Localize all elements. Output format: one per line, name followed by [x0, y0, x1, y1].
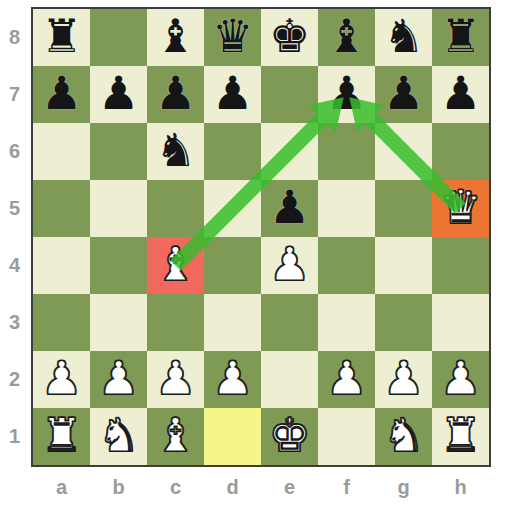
square-e6[interactable] — [261, 123, 318, 180]
square-f5[interactable] — [318, 180, 375, 237]
square-e4[interactable]: ♟ — [261, 237, 318, 294]
rank-label-5: 5 — [0, 180, 29, 237]
square-a7[interactable]: ♟ — [33, 66, 90, 123]
rank-label-4: 4 — [0, 237, 29, 294]
square-c1[interactable]: ♝ — [147, 408, 204, 465]
square-d1[interactable] — [204, 408, 261, 465]
piece-wN-b1: ♞ — [90, 408, 147, 465]
square-b2[interactable]: ♟ — [90, 351, 147, 408]
square-e8[interactable]: ♚ — [261, 9, 318, 66]
square-d2[interactable]: ♟ — [204, 351, 261, 408]
rank-label-8: 8 — [0, 9, 29, 66]
piece-bP-b7: ♟ — [90, 66, 147, 123]
square-c8[interactable]: ♝ — [147, 9, 204, 66]
square-b4[interactable] — [90, 237, 147, 294]
square-g1[interactable]: ♞ — [375, 408, 432, 465]
square-c6[interactable]: ♞ — [147, 123, 204, 180]
square-b5[interactable] — [90, 180, 147, 237]
square-e2[interactable] — [261, 351, 318, 408]
square-e5[interactable]: ♟ — [261, 180, 318, 237]
square-b6[interactable] — [90, 123, 147, 180]
square-h5[interactable]: ♛ — [432, 180, 489, 237]
piece-bB-c8: ♝ — [147, 9, 204, 66]
piece-bP-c7: ♟ — [147, 66, 204, 123]
square-d8[interactable]: ♛ — [204, 9, 261, 66]
square-a5[interactable] — [33, 180, 90, 237]
piece-wP-e4: ♟ — [261, 237, 318, 294]
square-e1[interactable]: ♚ — [261, 408, 318, 465]
board-grid[interactable]: ♜♝♛♚♝♞♜♟♟♟♟♟♟♟♞♟♛♝♟♟♟♟♟♟♟♟♜♞♝♚♞♜ — [33, 9, 489, 465]
piece-wR-h1: ♜ — [432, 408, 489, 465]
square-g8[interactable]: ♞ — [375, 9, 432, 66]
file-label-a: a — [33, 468, 90, 506]
piece-wN-g1: ♞ — [375, 408, 432, 465]
file-label-b: b — [90, 468, 147, 506]
rank-label-1: 1 — [0, 408, 29, 465]
piece-wP-c2: ♟ — [147, 351, 204, 408]
rank-label-3: 3 — [0, 294, 29, 351]
square-a8[interactable]: ♜ — [33, 9, 90, 66]
square-g5[interactable] — [375, 180, 432, 237]
file-label-c: c — [147, 468, 204, 506]
piece-wB-c1: ♝ — [147, 408, 204, 465]
square-c4[interactable]: ♝ — [147, 237, 204, 294]
square-a6[interactable] — [33, 123, 90, 180]
piece-bB-f8: ♝ — [318, 9, 375, 66]
piece-wK-e1: ♚ — [261, 408, 318, 465]
square-b7[interactable]: ♟ — [90, 66, 147, 123]
piece-bP-d7: ♟ — [204, 66, 261, 123]
piece-bN-g8: ♞ — [375, 9, 432, 66]
square-d6[interactable] — [204, 123, 261, 180]
piece-bP-e5: ♟ — [261, 180, 318, 237]
piece-bQ-d8: ♛ — [204, 9, 261, 66]
square-d5[interactable] — [204, 180, 261, 237]
chess-board[interactable]: ♜♝♛♚♝♞♜♟♟♟♟♟♟♟♞♟♛♝♟♟♟♟♟♟♟♟♜♞♝♚♞♜ — [31, 7, 491, 467]
file-label-f: f — [318, 468, 375, 506]
square-c2[interactable]: ♟ — [147, 351, 204, 408]
square-g6[interactable] — [375, 123, 432, 180]
square-c3[interactable] — [147, 294, 204, 351]
chess-app: 8 7 6 5 4 3 2 1 ♜♝♛♚♝♞♜♟♟♟♟♟♟♟♞♟♛♝♟♟♟♟♟♟… — [0, 0, 512, 509]
square-f7[interactable]: ♟ — [318, 66, 375, 123]
file-label-g: g — [375, 468, 432, 506]
piece-wP-b2: ♟ — [90, 351, 147, 408]
piece-wP-a2: ♟ — [33, 351, 90, 408]
piece-bP-a7: ♟ — [33, 66, 90, 123]
square-e7[interactable] — [261, 66, 318, 123]
square-a4[interactable] — [33, 237, 90, 294]
piece-wQ-h5: ♛ — [432, 180, 489, 237]
piece-bN-c6: ♞ — [147, 123, 204, 180]
square-d4[interactable] — [204, 237, 261, 294]
piece-wR-a1: ♜ — [33, 408, 90, 465]
piece-bR-a8: ♜ — [33, 9, 90, 66]
rank-labels: 8 7 6 5 4 3 2 1 — [0, 9, 29, 465]
square-g7[interactable]: ♟ — [375, 66, 432, 123]
file-label-h: h — [432, 468, 489, 506]
rank-label-6: 6 — [0, 123, 29, 180]
piece-bR-h8: ♜ — [432, 9, 489, 66]
square-a2[interactable]: ♟ — [33, 351, 90, 408]
piece-wP-d2: ♟ — [204, 351, 261, 408]
piece-wP-h2: ♟ — [432, 351, 489, 408]
square-f2[interactable]: ♟ — [318, 351, 375, 408]
piece-wB-c4: ♝ — [147, 237, 204, 294]
square-a1[interactable]: ♜ — [33, 408, 90, 465]
rank-label-2: 2 — [0, 351, 29, 408]
piece-wP-f2: ♟ — [318, 351, 375, 408]
square-h6[interactable] — [432, 123, 489, 180]
piece-bP-g7: ♟ — [375, 66, 432, 123]
square-h3[interactable] — [432, 294, 489, 351]
square-h2[interactable]: ♟ — [432, 351, 489, 408]
piece-bP-h7: ♟ — [432, 66, 489, 123]
piece-bP-f7: ♟ — [318, 66, 375, 123]
square-c5[interactable] — [147, 180, 204, 237]
file-labels: a b c d e f g h — [33, 468, 489, 506]
square-f1[interactable] — [318, 408, 375, 465]
file-label-e: e — [261, 468, 318, 506]
square-c7[interactable]: ♟ — [147, 66, 204, 123]
square-a3[interactable] — [33, 294, 90, 351]
rank-label-7: 7 — [0, 66, 29, 123]
file-label-d: d — [204, 468, 261, 506]
square-h8[interactable]: ♜ — [432, 9, 489, 66]
piece-bK-e8: ♚ — [261, 9, 318, 66]
square-g4[interactable] — [375, 237, 432, 294]
piece-wP-g2: ♟ — [375, 351, 432, 408]
square-f8[interactable]: ♝ — [318, 9, 375, 66]
square-d7[interactable]: ♟ — [204, 66, 261, 123]
square-d3[interactable] — [204, 294, 261, 351]
square-h7[interactable]: ♟ — [432, 66, 489, 123]
square-e3[interactable] — [261, 294, 318, 351]
square-f6[interactable] — [318, 123, 375, 180]
square-f3[interactable] — [318, 294, 375, 351]
square-b3[interactable] — [90, 294, 147, 351]
square-h4[interactable] — [432, 237, 489, 294]
square-b1[interactable]: ♞ — [90, 408, 147, 465]
square-g2[interactable]: ♟ — [375, 351, 432, 408]
square-h1[interactable]: ♜ — [432, 408, 489, 465]
square-g3[interactable] — [375, 294, 432, 351]
square-f4[interactable] — [318, 237, 375, 294]
square-b8[interactable] — [90, 9, 147, 66]
